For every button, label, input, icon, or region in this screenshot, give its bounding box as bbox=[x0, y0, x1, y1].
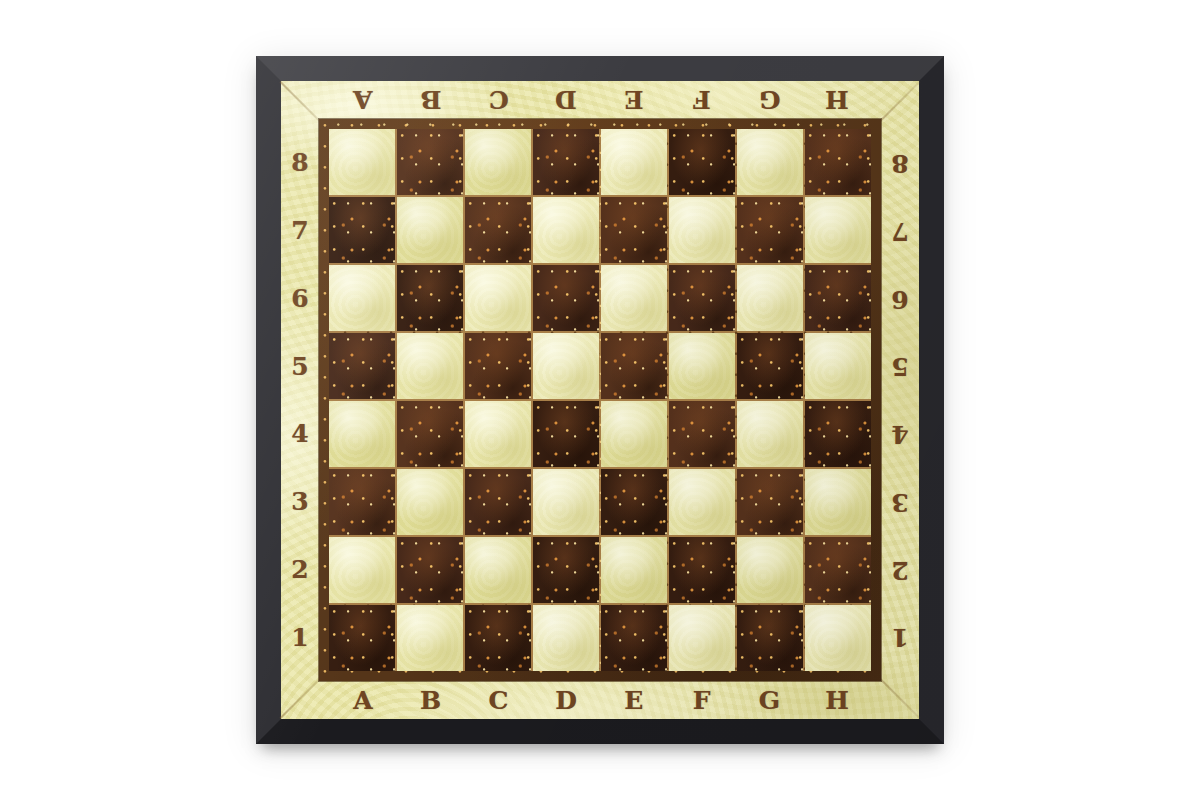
coordinate-label: H bbox=[803, 81, 871, 119]
square-d3 bbox=[533, 469, 599, 535]
coordinate-label: 1 bbox=[881, 603, 919, 671]
coordinate-label: E bbox=[600, 81, 668, 119]
square-a6 bbox=[329, 265, 395, 331]
square-c5 bbox=[465, 333, 531, 399]
square-d7 bbox=[533, 197, 599, 263]
square-f6 bbox=[669, 265, 735, 331]
square-g2 bbox=[737, 537, 803, 603]
square-g5 bbox=[737, 333, 803, 399]
coordinate-label: G bbox=[736, 681, 804, 719]
square-b5 bbox=[397, 333, 463, 399]
chess-board: ABCDEFGH ABCDEFGH 87654321 87654321 bbox=[256, 56, 944, 744]
square-f1 bbox=[669, 605, 735, 671]
coordinate-label: A bbox=[329, 681, 397, 719]
board-grid bbox=[329, 129, 871, 671]
square-f2 bbox=[669, 537, 735, 603]
coordinate-label: C bbox=[465, 681, 533, 719]
coordinate-label: 2 bbox=[881, 536, 919, 604]
coordinate-label: C bbox=[465, 81, 533, 119]
coordinate-label: 1 bbox=[281, 603, 319, 671]
square-h5 bbox=[805, 333, 871, 399]
square-g4 bbox=[737, 401, 803, 467]
square-g1 bbox=[737, 605, 803, 671]
file-labels-top: ABCDEFGH bbox=[329, 81, 871, 119]
square-f3 bbox=[669, 469, 735, 535]
square-g8 bbox=[737, 129, 803, 195]
square-b7 bbox=[397, 197, 463, 263]
square-h6 bbox=[805, 265, 871, 331]
file-labels-bottom: ABCDEFGH bbox=[329, 681, 871, 719]
square-a5 bbox=[329, 333, 395, 399]
square-e6 bbox=[601, 265, 667, 331]
coordinate-label: 5 bbox=[281, 332, 319, 400]
square-b8 bbox=[397, 129, 463, 195]
square-e8 bbox=[601, 129, 667, 195]
coordinate-label: D bbox=[532, 681, 600, 719]
rank-labels-left: 87654321 bbox=[281, 129, 319, 671]
square-h1 bbox=[805, 605, 871, 671]
square-a1 bbox=[329, 605, 395, 671]
square-h4 bbox=[805, 401, 871, 467]
coordinate-label: B bbox=[397, 681, 465, 719]
square-c6 bbox=[465, 265, 531, 331]
coordinate-label: D bbox=[532, 81, 600, 119]
coordinate-label: 6 bbox=[281, 265, 319, 333]
square-e5 bbox=[601, 333, 667, 399]
square-f4 bbox=[669, 401, 735, 467]
square-b3 bbox=[397, 469, 463, 535]
coordinate-label: 5 bbox=[881, 332, 919, 400]
square-c7 bbox=[465, 197, 531, 263]
square-a4 bbox=[329, 401, 395, 467]
coordinate-label: F bbox=[668, 681, 736, 719]
square-e4 bbox=[601, 401, 667, 467]
coordinate-label: 3 bbox=[281, 468, 319, 536]
playing-area-frame bbox=[319, 119, 881, 681]
square-f5 bbox=[669, 333, 735, 399]
coordinate-label: 2 bbox=[281, 536, 319, 604]
square-b1 bbox=[397, 605, 463, 671]
coordinate-label: 8 bbox=[281, 129, 319, 197]
board-face: ABCDEFGH ABCDEFGH 87654321 87654321 bbox=[281, 81, 919, 719]
coordinate-label: 7 bbox=[881, 197, 919, 265]
square-e3 bbox=[601, 469, 667, 535]
square-d6 bbox=[533, 265, 599, 331]
coordinate-label: 4 bbox=[281, 400, 319, 468]
square-a2 bbox=[329, 537, 395, 603]
coordinate-label: H bbox=[803, 681, 871, 719]
square-a3 bbox=[329, 469, 395, 535]
square-h3 bbox=[805, 469, 871, 535]
square-c1 bbox=[465, 605, 531, 671]
coordinate-label: 4 bbox=[881, 400, 919, 468]
square-c8 bbox=[465, 129, 531, 195]
square-e1 bbox=[601, 605, 667, 671]
coordinate-label: G bbox=[736, 81, 804, 119]
square-d8 bbox=[533, 129, 599, 195]
square-b4 bbox=[397, 401, 463, 467]
square-c2 bbox=[465, 537, 531, 603]
photo-background: { "game": "chess", "position": "8/8/8/8/… bbox=[0, 0, 1200, 800]
coordinate-label: 3 bbox=[881, 468, 919, 536]
square-a8 bbox=[329, 129, 395, 195]
square-a7 bbox=[329, 197, 395, 263]
square-h7 bbox=[805, 197, 871, 263]
coordinate-label: A bbox=[329, 81, 397, 119]
square-f8 bbox=[669, 129, 735, 195]
coordinate-label: 6 bbox=[881, 265, 919, 333]
coordinate-label: 8 bbox=[881, 129, 919, 197]
square-d5 bbox=[533, 333, 599, 399]
square-h8 bbox=[805, 129, 871, 195]
square-f7 bbox=[669, 197, 735, 263]
square-c3 bbox=[465, 469, 531, 535]
square-g7 bbox=[737, 197, 803, 263]
coordinate-label: E bbox=[600, 681, 668, 719]
square-d1 bbox=[533, 605, 599, 671]
coordinate-label: B bbox=[397, 81, 465, 119]
square-h2 bbox=[805, 537, 871, 603]
rank-labels-right: 87654321 bbox=[881, 129, 919, 671]
coordinate-label: 7 bbox=[281, 197, 319, 265]
square-g3 bbox=[737, 469, 803, 535]
square-c4 bbox=[465, 401, 531, 467]
square-b6 bbox=[397, 265, 463, 331]
square-g6 bbox=[737, 265, 803, 331]
square-d2 bbox=[533, 537, 599, 603]
square-d4 bbox=[533, 401, 599, 467]
square-e7 bbox=[601, 197, 667, 263]
coordinate-label: F bbox=[668, 81, 736, 119]
square-b2 bbox=[397, 537, 463, 603]
square-e2 bbox=[601, 537, 667, 603]
